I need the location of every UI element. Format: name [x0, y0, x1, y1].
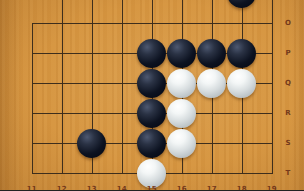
go-app-window: OPQRST 111213141516171819: [0, 0, 304, 190]
row-label: T: [282, 169, 294, 177]
column-label: 18: [234, 185, 250, 191]
board-vertical-line: [62, 0, 63, 174]
black-stone: [167, 39, 196, 68]
row-label: Q: [282, 79, 294, 87]
board-vertical-line: [272, 0, 273, 174]
column-label: 17: [204, 185, 220, 191]
column-label: 12: [54, 185, 70, 191]
row-label: O: [282, 19, 294, 27]
white-stone: [167, 99, 196, 128]
black-stone: [227, 0, 256, 8]
black-stone: [137, 129, 166, 158]
board-vertical-line: [122, 0, 123, 174]
board-horizontal-line: [32, 23, 273, 24]
white-stone: [197, 69, 226, 98]
white-stone: [137, 159, 166, 188]
column-label: 19: [264, 185, 280, 191]
board-vertical-line: [32, 23, 33, 174]
black-stone: [197, 39, 226, 68]
row-label: P: [282, 49, 294, 57]
column-label: 15: [144, 185, 160, 191]
row-label: S: [282, 139, 294, 147]
go-board[interactable]: OPQRST 111213141516171819: [0, 0, 304, 190]
column-label: 11: [24, 185, 40, 191]
black-stone: [227, 39, 256, 68]
black-stone: [137, 39, 166, 68]
column-label: 13: [84, 185, 100, 191]
white-stone: [167, 69, 196, 98]
white-stone: [167, 129, 196, 158]
column-label: 14: [114, 185, 130, 191]
column-label: 16: [174, 185, 190, 191]
black-stone: [137, 69, 166, 98]
row-label: R: [282, 109, 294, 117]
black-stone: [77, 129, 106, 158]
black-stone: [137, 99, 166, 128]
white-stone: [227, 69, 256, 98]
